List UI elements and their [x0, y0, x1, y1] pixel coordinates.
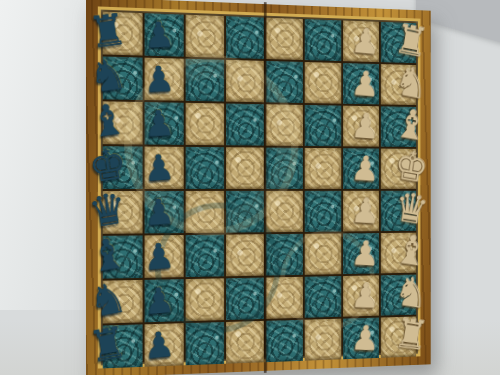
board-square[interactable]: ♟ — [145, 191, 184, 234]
board-square[interactable] — [305, 319, 342, 361]
board-square[interactable] — [266, 277, 303, 319]
board-square[interactable] — [266, 148, 303, 189]
board-square[interactable]: ♟ — [145, 235, 184, 278]
board-square[interactable] — [305, 148, 342, 189]
board-square[interactable] — [226, 191, 264, 233]
board-square[interactable]: ♜ — [381, 316, 416, 357]
black-pawn[interactable]: ♟ — [143, 326, 176, 365]
photo-scene: ♜♟♟♜♞♟♟♞♝♟♟♝♚♟♟♚♛♟♟♛♝♟♟♝♞♟♟♞♜♟♟♜ — [0, 0, 500, 375]
board-square[interactable] — [186, 191, 225, 233]
board-square[interactable] — [266, 320, 303, 362]
board-square[interactable] — [305, 62, 342, 104]
board-square[interactable]: ♟ — [343, 20, 379, 62]
board-square[interactable] — [226, 104, 264, 146]
board-square[interactable] — [186, 322, 225, 365]
board-square[interactable]: ♟ — [343, 148, 379, 189]
board-square[interactable] — [226, 16, 264, 59]
black-rook[interactable]: ♜ — [86, 320, 130, 369]
board-square[interactable] — [186, 278, 225, 321]
board-square[interactable] — [305, 276, 342, 318]
board-square[interactable] — [186, 147, 225, 189]
board-square[interactable] — [226, 147, 264, 189]
black-queen[interactable]: ♛ — [86, 186, 130, 234]
board-square[interactable] — [305, 19, 342, 61]
black-pawn[interactable]: ♟ — [143, 61, 176, 98]
board-square[interactable] — [226, 321, 264, 364]
black-pawn[interactable]: ♟ — [143, 149, 176, 186]
white-pawn[interactable]: ♟ — [350, 108, 380, 144]
board-square[interactable]: ♟ — [343, 191, 379, 232]
board-square[interactable] — [305, 191, 342, 232]
black-knight[interactable]: ♞ — [86, 52, 130, 100]
black-pawn[interactable]: ♟ — [143, 237, 176, 275]
board-square[interactable] — [305, 233, 342, 274]
board-square[interactable] — [266, 18, 303, 60]
board-square[interactable] — [266, 234, 303, 276]
black-king[interactable]: ♚ — [86, 142, 130, 190]
board-square[interactable] — [186, 235, 225, 277]
black-pawn[interactable]: ♟ — [143, 105, 176, 142]
board-square[interactable]: ♟ — [145, 58, 184, 101]
board-square[interactable]: ♟ — [343, 318, 379, 360]
black-pawn[interactable]: ♟ — [143, 17, 176, 54]
board-square[interactable] — [226, 278, 264, 320]
board-square[interactable] — [266, 61, 303, 103]
white-pawn[interactable]: ♟ — [350, 321, 380, 356]
black-pawn[interactable]: ♟ — [143, 193, 176, 231]
black-rook[interactable]: ♜ — [86, 8, 130, 55]
white-pawn[interactable]: ♟ — [350, 23, 380, 60]
black-bishop[interactable]: ♝ — [86, 231, 130, 280]
board-square[interactable] — [305, 105, 342, 146]
board-square[interactable]: ♟ — [145, 323, 184, 367]
board-square[interactable] — [186, 103, 225, 145]
board-square[interactable] — [186, 59, 225, 102]
black-pawn[interactable]: ♟ — [143, 282, 176, 320]
board-square[interactable]: ♟ — [343, 106, 379, 147]
white-pawn[interactable]: ♟ — [350, 278, 380, 313]
board-square[interactable]: ♟ — [145, 102, 184, 145]
black-knight[interactable]: ♞ — [86, 276, 130, 325]
board-square[interactable]: ♟ — [343, 275, 379, 316]
board-gold-trim: ♜♟♟♜♞♟♟♞♝♟♟♝♚♟♟♚♛♟♟♛♝♟♟♝♞♟♟♞♜♟♟♜ — [98, 6, 421, 368]
white-pawn[interactable]: ♟ — [350, 193, 380, 229]
black-bishop[interactable]: ♝ — [86, 97, 130, 145]
white-pawn[interactable]: ♟ — [350, 66, 380, 103]
board-square[interactable] — [266, 191, 303, 232]
board-grid: ♜♟♟♜♞♟♟♞♝♟♟♝♚♟♟♚♛♟♟♛♝♟♟♝♞♟♟♞♜♟♟♜ — [103, 12, 416, 364]
white-pawn[interactable]: ♟ — [350, 236, 380, 272]
board-square[interactable]: ♜ — [103, 324, 143, 368]
chess-board: ♜♟♟♜♞♟♟♞♝♟♟♝♚♟♟♚♛♟♟♛♝♟♟♝♞♟♟♞♜♟♟♜ — [86, 0, 431, 375]
board-square[interactable] — [226, 234, 264, 276]
board-square[interactable]: ♟ — [343, 233, 379, 274]
board-square[interactable]: ♟ — [343, 63, 379, 104]
board-square[interactable] — [226, 60, 264, 102]
white-pawn[interactable]: ♟ — [350, 151, 380, 187]
board-square[interactable]: ♟ — [145, 13, 184, 57]
board-square[interactable] — [186, 15, 225, 58]
board-square[interactable]: ♟ — [145, 147, 184, 189]
board-square[interactable] — [266, 104, 303, 146]
board-square[interactable]: ♟ — [145, 279, 184, 322]
white-rook[interactable]: ♜ — [392, 313, 430, 357]
